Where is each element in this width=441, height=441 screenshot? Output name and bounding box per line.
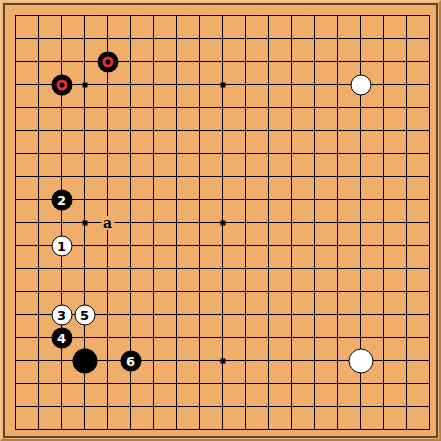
stone-white-move-1-c9: 1	[51, 235, 72, 256]
go-board: 213546a	[0, 0, 441, 441]
grid-line-vertical	[314, 15, 316, 431]
grid-line-horizontal	[15, 383, 431, 385]
grid-line-vertical	[406, 15, 408, 431]
stone-white-move-5-d6: 5	[74, 304, 95, 325]
stone-black-move-4-c5: 4	[51, 327, 72, 348]
circle-mark	[56, 79, 67, 90]
grid-line-vertical	[429, 15, 431, 431]
star-point	[82, 82, 87, 87]
star-point	[82, 220, 87, 225]
star-point	[220, 358, 225, 363]
grid-line-horizontal	[15, 429, 431, 431]
stone-white-q16	[350, 74, 371, 95]
grid-line-horizontal	[15, 406, 431, 408]
grid-line-vertical	[291, 15, 293, 431]
stone-black-e17	[97, 51, 118, 72]
grid-line-horizontal	[15, 291, 431, 293]
grid-line-horizontal	[15, 245, 431, 247]
star-point	[220, 82, 225, 87]
stone-black-move-2-c11: 2	[51, 189, 72, 210]
circle-mark	[102, 56, 113, 67]
stone-white-q4	[348, 348, 373, 373]
point-label-a: a	[101, 216, 114, 230]
stone-black-c16	[51, 74, 72, 95]
stone-white-move-3-c6: 3	[51, 304, 72, 325]
grid-line-vertical	[245, 15, 247, 431]
stone-black-move-6-f4: 6	[120, 350, 141, 371]
stone-black-d4	[72, 348, 97, 373]
grid-line-vertical	[268, 15, 270, 431]
grid-line-vertical	[337, 15, 339, 431]
grid-line-vertical	[383, 15, 385, 431]
grid-line-horizontal	[15, 337, 431, 339]
star-point	[220, 220, 225, 225]
grid-line-horizontal	[15, 268, 431, 270]
